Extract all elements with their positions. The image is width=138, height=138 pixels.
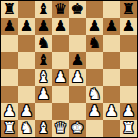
piece-white-bishop[interactable]: ♝ [37, 121, 50, 136]
piece-white-pawn[interactable]: ♟ [37, 87, 50, 102]
piece-white-pawn[interactable]: ♟ [20, 104, 33, 119]
square-a2[interactable]: ♟ [1, 103, 18, 120]
square-g6[interactable] [103, 35, 120, 52]
piece-black-pawn[interactable]: ♟ [20, 19, 33, 34]
square-b7[interactable]: ♟ [18, 18, 35, 35]
piece-white-pawn[interactable]: ♟ [71, 70, 84, 85]
square-d2[interactable] [52, 103, 69, 120]
square-a3[interactable] [1, 86, 18, 103]
square-c6[interactable]: ♞ [35, 35, 52, 52]
piece-white-pawn[interactable]: ♟ [54, 70, 67, 85]
square-g4[interactable] [103, 69, 120, 86]
chess-board: ♜♝♛♚♜♟♟♟♟♟♟♟♞♞♝♟♝♟♟♟♞♟♟♟♟♟♜♞♝♛♚♜ [0, 0, 138, 138]
piece-black-rook[interactable]: ♜ [122, 2, 135, 17]
square-e8[interactable]: ♚ [69, 1, 86, 18]
piece-black-pawn[interactable]: ♟ [54, 19, 67, 34]
square-f3[interactable]: ♞ [86, 86, 103, 103]
piece-white-knight[interactable]: ♞ [88, 87, 101, 102]
square-d3[interactable] [52, 86, 69, 103]
square-g2[interactable]: ♟ [103, 103, 120, 120]
piece-white-bishop[interactable]: ♝ [37, 70, 50, 85]
piece-white-rook[interactable]: ♜ [122, 121, 135, 136]
square-e4[interactable]: ♟ [69, 69, 86, 86]
chess-board-container: ♜♝♛♚♜♟♟♟♟♟♟♟♞♞♝♟♝♟♟♟♞♟♟♟♟♟♜♞♝♛♚♜ [0, 0, 138, 138]
square-a6[interactable] [1, 35, 18, 52]
square-b5[interactable] [18, 52, 35, 69]
square-h8[interactable]: ♜ [120, 1, 137, 18]
square-b8[interactable] [18, 1, 35, 18]
piece-black-pawn[interactable]: ♟ [71, 53, 84, 68]
piece-white-pawn[interactable]: ♟ [88, 104, 101, 119]
piece-black-pawn[interactable]: ♟ [105, 19, 118, 34]
square-d4[interactable]: ♟ [52, 69, 69, 86]
square-d5[interactable] [52, 52, 69, 69]
piece-black-king[interactable]: ♚ [71, 2, 84, 17]
square-d8[interactable]: ♛ [52, 1, 69, 18]
square-c7[interactable]: ♟ [35, 18, 52, 35]
square-c3[interactable]: ♟ [35, 86, 52, 103]
piece-black-knight[interactable]: ♞ [37, 36, 50, 51]
square-a4[interactable] [1, 69, 18, 86]
square-c5[interactable]: ♝ [35, 52, 52, 69]
square-g3[interactable] [103, 86, 120, 103]
piece-white-queen[interactable]: ♛ [54, 121, 67, 136]
piece-white-pawn[interactable]: ♟ [122, 104, 135, 119]
square-b3[interactable] [18, 86, 35, 103]
square-d7[interactable]: ♟ [52, 18, 69, 35]
piece-white-pawn[interactable]: ♟ [105, 104, 118, 119]
piece-black-rook[interactable]: ♜ [3, 2, 16, 17]
square-d1[interactable]: ♛ [52, 120, 69, 137]
square-b6[interactable] [18, 35, 35, 52]
square-e2[interactable] [69, 103, 86, 120]
piece-black-pawn[interactable]: ♟ [122, 19, 135, 34]
square-f8[interactable] [86, 1, 103, 18]
square-g5[interactable] [103, 52, 120, 69]
piece-black-pawn[interactable]: ♟ [88, 19, 101, 34]
square-a1[interactable]: ♜ [1, 120, 18, 137]
piece-white-pawn[interactable]: ♟ [3, 104, 16, 119]
square-c1[interactable]: ♝ [35, 120, 52, 137]
square-f7[interactable]: ♟ [86, 18, 103, 35]
square-b4[interactable] [18, 69, 35, 86]
square-a5[interactable] [1, 52, 18, 69]
square-f5[interactable] [86, 52, 103, 69]
square-e6[interactable] [69, 35, 86, 52]
piece-white-knight[interactable]: ♞ [20, 121, 33, 136]
square-h7[interactable]: ♟ [120, 18, 137, 35]
square-d6[interactable] [52, 35, 69, 52]
square-a7[interactable]: ♟ [1, 18, 18, 35]
square-e5[interactable]: ♟ [69, 52, 86, 69]
square-h4[interactable] [120, 69, 137, 86]
piece-black-pawn[interactable]: ♟ [37, 19, 50, 34]
square-g1[interactable] [103, 120, 120, 137]
square-c2[interactable] [35, 103, 52, 120]
piece-black-bishop[interactable]: ♝ [37, 2, 50, 17]
square-c4[interactable]: ♝ [35, 69, 52, 86]
square-c8[interactable]: ♝ [35, 1, 52, 18]
piece-black-bishop[interactable]: ♝ [37, 53, 50, 68]
square-e3[interactable] [69, 86, 86, 103]
square-b2[interactable]: ♟ [18, 103, 35, 120]
square-f1[interactable] [86, 120, 103, 137]
square-f4[interactable] [86, 69, 103, 86]
square-h3[interactable] [120, 86, 137, 103]
square-h6[interactable] [120, 35, 137, 52]
square-f2[interactable]: ♟ [86, 103, 103, 120]
square-f6[interactable]: ♞ [86, 35, 103, 52]
square-h2[interactable]: ♟ [120, 103, 137, 120]
square-g8[interactable] [103, 1, 120, 18]
piece-black-queen[interactable]: ♛ [54, 2, 67, 17]
piece-black-pawn[interactable]: ♟ [3, 19, 16, 34]
square-a8[interactable]: ♜ [1, 1, 18, 18]
square-e7[interactable] [69, 18, 86, 35]
piece-black-knight[interactable]: ♞ [88, 36, 101, 51]
square-e1[interactable]: ♚ [69, 120, 86, 137]
square-g7[interactable]: ♟ [103, 18, 120, 35]
piece-white-king[interactable]: ♚ [71, 121, 84, 136]
square-h1[interactable]: ♜ [120, 120, 137, 137]
square-b1[interactable]: ♞ [18, 120, 35, 137]
piece-white-rook[interactable]: ♜ [3, 121, 16, 136]
square-h5[interactable] [120, 52, 137, 69]
